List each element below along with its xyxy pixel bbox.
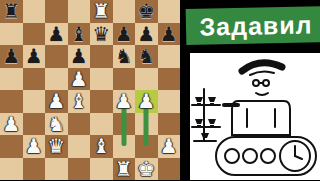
white-piece-p-c4[interactable]: ♟ — [45, 90, 68, 113]
square-h6[interactable] — [158, 45, 181, 68]
square-h7[interactable]: ♟ — [158, 23, 181, 46]
square-g7[interactable]: ♟ — [135, 23, 158, 46]
square-c6[interactable] — [45, 45, 68, 68]
white-piece-r-e8[interactable]: ♜ — [90, 0, 113, 23]
square-a1[interactable] — [0, 158, 23, 181]
square-c5[interactable] — [45, 68, 68, 91]
square-h3[interactable] — [158, 113, 181, 136]
square-b7[interactable] — [23, 23, 46, 46]
white-piece-n-c3[interactable]: ♞ — [45, 113, 68, 136]
square-e2[interactable]: ♝ — [90, 135, 113, 158]
square-d1[interactable] — [68, 158, 91, 181]
black-piece-p-d6[interactable]: ♟ — [68, 45, 91, 68]
square-e8[interactable]: ♜ — [90, 0, 113, 23]
tank-cartoon — [190, 53, 320, 180]
square-g5[interactable] — [135, 68, 158, 91]
square-a3[interactable]: ♟ — [0, 113, 23, 136]
square-a6[interactable]: ♟ — [0, 45, 23, 68]
square-g4[interactable]: ♟ — [135, 90, 158, 113]
square-f6[interactable]: ♞ — [113, 45, 136, 68]
driver-smile — [256, 93, 268, 95]
square-e6[interactable] — [90, 45, 113, 68]
square-e3[interactable] — [90, 113, 113, 136]
white-piece-p-h2[interactable]: ♟ — [158, 135, 181, 158]
square-h8[interactable] — [158, 0, 181, 23]
black-piece-p-c7[interactable]: ♟ — [45, 23, 68, 46]
square-e5[interactable] — [90, 68, 113, 91]
video-title: Задавил — [199, 10, 313, 41]
square-c3[interactable]: ♞ — [45, 113, 68, 136]
square-f4[interactable]: ♟ — [113, 90, 136, 113]
square-d8[interactable] — [68, 0, 91, 23]
square-h5[interactable] — [158, 68, 181, 91]
square-d6[interactable]: ♟ — [68, 45, 91, 68]
square-f5[interactable] — [113, 68, 136, 91]
black-piece-b-d7[interactable]: ♝ — [68, 23, 91, 46]
square-g8[interactable]: ♚ — [135, 0, 158, 23]
square-h1[interactable] — [158, 158, 181, 181]
white-piece-r-f1[interactable]: ♜ — [113, 158, 136, 181]
square-f1[interactable]: ♜ — [113, 158, 136, 181]
square-b5[interactable] — [23, 68, 46, 91]
tank-turret — [224, 101, 290, 135]
black-piece-q-e7[interactable]: ♛ — [90, 23, 113, 46]
square-f7[interactable]: ♟ — [113, 23, 136, 46]
square-a5[interactable] — [0, 68, 23, 91]
black-piece-p-h7[interactable]: ♟ — [158, 23, 181, 46]
right-panel: Задавил — [180, 0, 320, 180]
white-piece-p-f4[interactable]: ♟ — [113, 90, 136, 113]
driver-cap — [242, 63, 282, 71]
square-c4[interactable]: ♟ — [45, 90, 68, 113]
square-b1[interactable] — [23, 158, 46, 181]
black-piece-n-f6[interactable]: ♞ — [113, 45, 136, 68]
square-g1[interactable]: ♚ — [135, 158, 158, 181]
square-b6[interactable]: ♟ — [23, 45, 46, 68]
square-b3[interactable] — [23, 113, 46, 136]
square-a4[interactable] — [0, 90, 23, 113]
square-c7[interactable]: ♟ — [45, 23, 68, 46]
square-c1[interactable] — [45, 158, 68, 181]
square-b2[interactable]: ♟ — [23, 135, 46, 158]
tank-cartoon-svg — [190, 53, 320, 180]
tank-treads — [216, 137, 316, 175]
square-b4[interactable] — [23, 90, 46, 113]
trophy-shelf — [192, 89, 220, 141]
clock-wheel — [280, 141, 310, 171]
square-d7[interactable]: ♝ — [68, 23, 91, 46]
black-piece-p-f7[interactable]: ♟ — [113, 23, 136, 46]
square-f8[interactable] — [113, 0, 136, 23]
white-piece-p-d5[interactable]: ♟ — [68, 68, 91, 91]
white-piece-k-g1[interactable]: ♚ — [135, 158, 158, 181]
chess-board[interactable]: ♜♜♚♟♝♛♟♟♟♟♟♟♞♞♟♟♝♟♟♟♞♟♛♝♟♜♚ — [0, 0, 180, 180]
black-piece-r-a8[interactable]: ♜ — [0, 0, 23, 23]
white-piece-p-g4[interactable]: ♟ — [135, 90, 158, 113]
square-b8[interactable] — [23, 0, 46, 23]
square-h2[interactable]: ♟ — [158, 135, 181, 158]
square-d4[interactable]: ♝ — [68, 90, 91, 113]
tank-driver — [242, 63, 282, 95]
black-piece-k-g8[interactable]: ♚ — [135, 0, 158, 23]
square-c8[interactable] — [45, 0, 68, 23]
trophy-cups — [195, 97, 216, 138]
square-d3[interactable] — [68, 113, 91, 136]
square-c2[interactable]: ♛ — [45, 135, 68, 158]
black-piece-p-g7[interactable]: ♟ — [135, 23, 158, 46]
white-piece-b-e2[interactable]: ♝ — [90, 135, 113, 158]
square-a2[interactable] — [0, 135, 23, 158]
black-piece-p-a6[interactable]: ♟ — [0, 45, 23, 68]
black-piece-n-g6[interactable]: ♞ — [135, 45, 158, 68]
square-a7[interactable] — [0, 23, 23, 46]
black-piece-p-b6[interactable]: ♟ — [23, 45, 46, 68]
square-e1[interactable] — [90, 158, 113, 181]
square-g6[interactable]: ♞ — [135, 45, 158, 68]
white-piece-q-c2[interactable]: ♛ — [45, 135, 68, 158]
title-banner: Задавил — [186, 6, 320, 45]
white-piece-p-a3[interactable]: ♟ — [0, 113, 23, 136]
square-e7[interactable]: ♛ — [90, 23, 113, 46]
white-piece-p-b2[interactable]: ♟ — [23, 135, 46, 158]
square-d2[interactable] — [68, 135, 91, 158]
white-piece-b-d4[interactable]: ♝ — [68, 90, 91, 113]
square-e4[interactable] — [90, 90, 113, 113]
square-a8[interactable]: ♜ — [0, 0, 23, 23]
square-h4[interactable] — [158, 90, 181, 113]
square-d5[interactable]: ♟ — [68, 68, 91, 91]
